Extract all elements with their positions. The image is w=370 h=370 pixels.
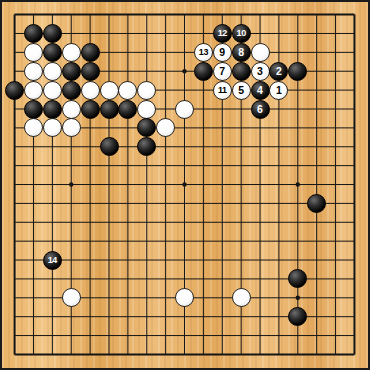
black-stone[interactable] [43,24,62,43]
black-stone[interactable] [62,62,81,81]
white-stone[interactable] [137,100,156,119]
black-stone[interactable] [81,62,100,81]
black-stone[interactable] [62,81,81,100]
white-stone[interactable] [62,100,81,119]
white-stone[interactable]: 3 [251,62,270,81]
move-number-label: 9 [219,47,225,58]
white-stone[interactable] [43,81,62,100]
move-number-label: 13 [199,48,208,57]
black-stone[interactable] [24,100,43,119]
move-number-label: 2 [276,66,282,77]
white-stone[interactable] [137,81,156,100]
black-stone[interactable] [81,43,100,62]
black-stone[interactable] [43,100,62,119]
go-board[interactable]: 1210139873211541614 [0,0,370,370]
white-stone[interactable] [62,288,81,307]
move-number-label: 10 [237,29,246,38]
white-stone[interactable]: 9 [213,43,232,62]
move-number-label: 7 [219,66,225,77]
move-number-label: 3 [257,66,263,77]
black-stone[interactable] [100,137,119,156]
move-number-label: 4 [257,85,263,96]
white-stone[interactable] [62,118,81,137]
white-stone[interactable] [24,43,43,62]
black-stone[interactable] [118,100,137,119]
white-stone[interactable]: 11 [213,81,232,100]
black-stone[interactable]: 6 [251,100,270,119]
black-stone[interactable] [81,100,100,119]
white-stone[interactable] [251,43,270,62]
move-number-label: 6 [257,104,263,115]
move-number-label: 14 [48,256,57,265]
white-stone[interactable]: 13 [194,43,213,62]
black-stone[interactable]: 14 [43,251,62,270]
white-stone[interactable] [100,81,119,100]
black-stone[interactable]: 10 [232,24,251,43]
white-stone[interactable] [118,81,137,100]
black-stone[interactable] [43,43,62,62]
move-number-label: 5 [238,85,244,96]
white-stone[interactable]: 5 [232,81,251,100]
black-stone[interactable] [307,194,326,213]
black-stone[interactable]: 4 [251,81,270,100]
black-stone[interactable]: 8 [232,43,251,62]
black-stone[interactable] [24,24,43,43]
black-stone[interactable] [288,62,307,81]
move-number-label: 12 [218,29,227,38]
white-stone[interactable] [24,81,43,100]
black-stone[interactable] [100,100,119,119]
white-stone[interactable] [43,62,62,81]
white-stone[interactable] [24,62,43,81]
black-stone[interactable] [5,81,24,100]
white-stone[interactable] [175,100,194,119]
black-stone[interactable] [232,62,251,81]
black-stone[interactable]: 12 [213,24,232,43]
white-stone[interactable] [232,288,251,307]
white-stone[interactable]: 1 [269,81,288,100]
white-stone[interactable] [81,81,100,100]
black-stone[interactable] [194,62,213,81]
white-stone[interactable] [62,43,81,62]
move-number-label: 1 [276,85,282,96]
move-number-label: 11 [218,86,227,95]
move-number-label: 8 [238,47,244,58]
white-stone[interactable]: 7 [213,62,232,81]
